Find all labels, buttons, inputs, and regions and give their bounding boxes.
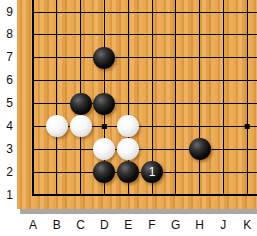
white-stone-B4: [46, 115, 68, 137]
row-label-6: 6: [0, 69, 13, 92]
black-stone-H3: [189, 138, 211, 160]
row-coordinate-labels: 987654321: [0, 1, 13, 207]
row-label-5: 5: [0, 92, 13, 115]
column-label-D: D: [92, 218, 116, 233]
column-label-K: K: [235, 218, 257, 233]
column-label-F: F: [140, 218, 164, 233]
column-label-G: G: [164, 218, 188, 233]
black-stone-F2: 1: [141, 161, 163, 183]
row-label-7: 7: [0, 46, 13, 69]
column-label-J: J: [211, 218, 235, 233]
row-label-3: 3: [0, 138, 13, 161]
go-board[interactable]: 1: [21, 1, 257, 207]
column-coordinate-labels: ABCDEFGHJK: [21, 218, 257, 233]
column-label-B: B: [45, 218, 69, 233]
black-stone-C5: [70, 93, 92, 115]
row-label-4: 4: [0, 115, 13, 138]
white-stone-E4: [117, 115, 139, 137]
row-label-8: 8: [0, 23, 13, 46]
row-label-1: 1: [0, 184, 13, 207]
go-diagram: 1 987654321 ABCDEFGHJK: [0, 0, 257, 236]
white-stone-D3: [93, 138, 115, 160]
move-number-label-F2: 1: [149, 161, 156, 183]
column-label-H: H: [188, 218, 212, 233]
black-stone-D5: [93, 93, 115, 115]
row-label-9: 9: [0, 1, 13, 24]
column-label-E: E: [116, 218, 140, 233]
black-stone-E2: [117, 161, 139, 183]
column-label-C: C: [69, 218, 93, 233]
column-label-A: A: [21, 218, 45, 233]
white-stone-C4: [70, 115, 92, 137]
white-stone-E3: [117, 138, 139, 160]
black-stone-D7: [93, 47, 115, 69]
row-label-2: 2: [0, 161, 13, 184]
black-stone-D2: [93, 161, 115, 183]
